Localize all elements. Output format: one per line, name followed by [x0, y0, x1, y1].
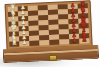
photo-backdrop: ♜♟♟♜♞♟♟♞♝♟♟♝♛♟♟♛♚♟♟♚♝♟♟♝♞♟♟♞♜♟♟♜ [0, 0, 100, 67]
square-r7-c2 [29, 40, 39, 45]
square-r7-c6 [69, 39, 79, 44]
square-r7-c5 [59, 39, 69, 44]
chess-board [8, 3, 90, 47]
chess-set: ♜♟♟♜♞♟♟♞♝♟♟♝♛♟♟♛♚♟♟♚♝♟♟♝♞♟♟♞♜♟♟♜ [1, 0, 100, 64]
board-frame [5, 0, 93, 50]
brass-clasp-icon [49, 55, 57, 61]
square-r7-c0 [9, 41, 19, 46]
square-r7-c4 [49, 40, 59, 45]
square-r7-c1 [19, 41, 29, 46]
square-r7-c3 [39, 40, 49, 45]
chess-case-front [3, 45, 100, 63]
square-r7-c7 [79, 38, 89, 43]
